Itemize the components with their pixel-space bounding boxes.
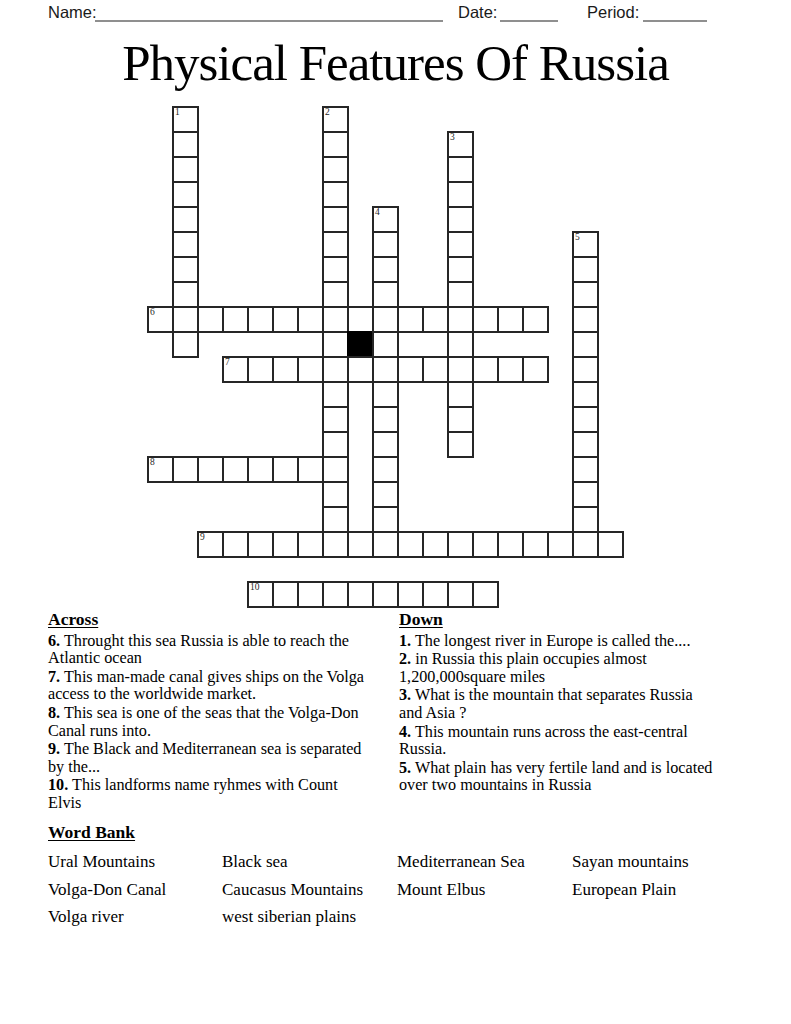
grid-cell[interactable] [322, 431, 349, 458]
grid-cell[interactable] [472, 531, 499, 558]
clue: 7. This man-made canal gives ships on th… [48, 669, 398, 704]
page-title: Physical Features Of Russia [0, 35, 791, 91]
grid-cell[interactable] [322, 331, 349, 358]
clue-number: 8 [150, 458, 155, 468]
grid-cell[interactable] [322, 281, 349, 308]
grid-cell[interactable] [322, 206, 349, 233]
grid-cell[interactable] [347, 306, 374, 333]
across-clues-section: Across 6. Throught this sea Russia is ab… [48, 611, 398, 814]
grid-cell[interactable] [172, 256, 199, 283]
grid-cell[interactable] [322, 531, 349, 558]
clue-number: 1 [175, 108, 180, 118]
grid-cell[interactable] [547, 531, 574, 558]
word-bank-item: Black sea [222, 848, 363, 876]
clue: 1. The longest river in Europe is called… [399, 633, 789, 651]
grid-cell[interactable] [172, 281, 199, 308]
grid-cell[interactable] [322, 306, 349, 333]
grid-cell[interactable] [372, 231, 399, 258]
grid-cell[interactable] [372, 506, 399, 533]
worksheet-page: { "game": "crossword", "header": { "name… [0, 0, 791, 1024]
grid-cell[interactable] [372, 256, 399, 283]
grid-cell[interactable] [272, 306, 299, 333]
grid-cell[interactable] [447, 306, 474, 333]
grid-cell[interactable] [172, 181, 199, 208]
grid-cell[interactable] [172, 331, 199, 358]
clue-number: 7 [225, 358, 230, 368]
grid-cell[interactable] [322, 156, 349, 183]
grid-cell[interactable] [572, 381, 599, 408]
grid-cell[interactable] [297, 456, 324, 483]
grid-cell[interactable] [397, 356, 424, 383]
word-bank-column: Sayan mountainsEuropean Plain [572, 848, 689, 903]
grid-cell[interactable] [347, 531, 374, 558]
grid-cell[interactable] [447, 356, 474, 383]
period-blank-line[interactable] [643, 20, 707, 22]
grid-cell[interactable] [447, 231, 474, 258]
grid-cell[interactable] [322, 381, 349, 408]
grid-cell[interactable] [397, 306, 424, 333]
grid-cell[interactable] [197, 306, 224, 333]
grid-cell[interactable] [372, 356, 399, 383]
grid-cell[interactable] [447, 581, 474, 608]
clue-number: 4 [375, 208, 380, 218]
grid-cell[interactable] [422, 356, 449, 383]
grid-cell[interactable] [272, 456, 299, 483]
grid-cell[interactable] [197, 456, 224, 483]
word-bank-item: European Plain [572, 876, 689, 904]
word-bank-column: Mediterranean SeaMount Elbus [397, 848, 525, 903]
grid-cell[interactable] [422, 306, 449, 333]
grid-cell[interactable] [522, 356, 549, 383]
grid-cell[interactable] [347, 356, 374, 383]
clue: 9. The Black and Mediterranean sea is se… [48, 741, 398, 776]
grid-cell[interactable] [297, 306, 324, 333]
clue: 8. This sea is one of the seas that the … [48, 705, 398, 740]
down-heading: Down [399, 611, 789, 629]
grid-cell[interactable] [172, 206, 199, 233]
clue: 3. What is the mountain that separates R… [399, 687, 789, 722]
grid-cell[interactable] [497, 356, 524, 383]
grid-cell[interactable] [297, 581, 324, 608]
word-bank-item: Caucasus Mountains [222, 876, 363, 904]
grid-cell[interactable] [172, 456, 199, 483]
clue-number: 5 [575, 233, 580, 243]
grid-cell[interactable] [322, 131, 349, 158]
grid-cell[interactable] [372, 406, 399, 433]
word-bank-item: Mediterranean Sea [397, 848, 525, 876]
grid-cell[interactable] [247, 306, 274, 333]
grid-cell[interactable] [472, 581, 499, 608]
grid-cell[interactable] [322, 456, 349, 483]
grid-cell[interactable] [322, 581, 349, 608]
word-bank-item: Sayan mountains [572, 848, 689, 876]
word-bank-item: Volga-Don Canal [48, 876, 166, 904]
grid-cell[interactable] [222, 456, 249, 483]
grid-cell[interactable] [322, 231, 349, 258]
grid-cell[interactable] [447, 406, 474, 433]
grid-cell[interactable] [247, 356, 274, 383]
crossword-board: 12345678910 [147, 106, 650, 609]
word-bank-section: Word Bank Ural MountainsVolga-Don CanalV… [48, 822, 768, 938]
grid-cell[interactable] [447, 181, 474, 208]
grid-cell[interactable] [172, 231, 199, 258]
grid-cell[interactable] [272, 531, 299, 558]
clue: 5. What plain has very fertile land and … [399, 760, 789, 795]
clue-number: 2 [325, 108, 330, 118]
grid-cell[interactable] [572, 331, 599, 358]
grid-cell[interactable] [222, 306, 249, 333]
grid-cell[interactable] [447, 281, 474, 308]
grid-cell[interactable] [222, 531, 249, 558]
word-bank-item: Ural Mountains [48, 848, 166, 876]
down-clue-list: 1. The longest river in Europe is called… [399, 633, 789, 795]
name-label: Name: [48, 3, 97, 22]
grid-cell[interactable] [447, 531, 474, 558]
word-bank-column: Black seaCaucasus Mountainswest siberian… [222, 848, 363, 931]
word-bank-list: Ural MountainsVolga-Don CanalVolga river… [48, 848, 768, 938]
grid-cell[interactable] [572, 431, 599, 458]
grid-cell[interactable] [372, 456, 399, 483]
grid-cell[interactable] [322, 481, 349, 508]
grid-cell[interactable] [422, 531, 449, 558]
grid-cell[interactable] [397, 581, 424, 608]
word-bank-item: Mount Elbus [397, 876, 525, 904]
grid-cell[interactable] [372, 381, 399, 408]
word-bank-column: Ural MountainsVolga-Don CanalVolga river [48, 848, 166, 931]
grid-cell[interactable] [372, 531, 399, 558]
grid-cell[interactable] [572, 531, 599, 558]
grid-cell[interactable] [322, 406, 349, 433]
grid-cell[interactable] [497, 531, 524, 558]
grid-cell[interactable] [372, 481, 399, 508]
grid-cell[interactable] [497, 306, 524, 333]
clue: 2. in Russia this plain occupies almost … [399, 651, 789, 686]
grid-cell[interactable] [572, 506, 599, 533]
grid-cell[interactable] [447, 431, 474, 458]
date-label: Date: [458, 3, 497, 22]
grid-cell[interactable] [472, 306, 499, 333]
grid-cell[interactable] [447, 206, 474, 233]
clue: 6. Throught this sea Russia is able to r… [48, 633, 398, 668]
grid-cell[interactable] [572, 406, 599, 433]
grid-cell[interactable] [472, 356, 499, 383]
grid-cell[interactable] [522, 531, 549, 558]
grid-cell[interactable] [297, 531, 324, 558]
grid-cell[interactable] [372, 431, 399, 458]
clue-number: 10 [250, 583, 260, 593]
grid-cell[interactable] [372, 281, 399, 308]
grid-cell[interactable] [597, 531, 624, 558]
grid-cell[interactable] [447, 156, 474, 183]
word-bank-item: west siberian plains [222, 903, 363, 931]
grid-cell[interactable] [572, 356, 599, 383]
clue: 4. This mountain runs across the east-ce… [399, 724, 789, 759]
clue: 10. This landforms name ryhmes with Coun… [48, 777, 398, 812]
grid-cell[interactable] [372, 306, 399, 333]
grid-cell[interactable] [247, 456, 274, 483]
grid-cell[interactable] [322, 506, 349, 533]
grid-cell[interactable] [447, 256, 474, 283]
grid-cell[interactable] [347, 581, 374, 608]
grid-cell[interactable] [447, 381, 474, 408]
grid-cell[interactable] [297, 356, 324, 383]
grid-cell[interactable] [572, 306, 599, 333]
word-bank-heading: Word Bank [48, 822, 768, 843]
down-clues-section: Down 1. The longest river in Europe is c… [399, 611, 789, 796]
grid-cell[interactable] [172, 306, 199, 333]
grid-cell[interactable] [322, 256, 349, 283]
grid-cell[interactable] [172, 131, 199, 158]
across-clue-list: 6. Throught this sea Russia is able to r… [48, 633, 398, 813]
name-blank-line[interactable] [95, 20, 443, 22]
clue-number: 6 [150, 308, 155, 318]
across-heading: Across [48, 611, 398, 629]
grid-cell[interactable] [572, 481, 599, 508]
clue-number: 9 [200, 533, 205, 543]
grid-cell[interactable] [272, 356, 299, 383]
word-bank-item: Volga river [48, 903, 166, 931]
grid-cell[interactable] [247, 531, 274, 558]
grid-cell[interactable] [322, 356, 349, 383]
grid-cell[interactable] [572, 281, 599, 308]
clue-number: 3 [450, 133, 455, 143]
grid-cell[interactable] [397, 531, 424, 558]
grid-cell[interactable] [372, 331, 399, 358]
grid-cell[interactable] [272, 581, 299, 608]
black-cell [347, 331, 374, 358]
grid-cell[interactable] [422, 581, 449, 608]
grid-cell[interactable] [172, 156, 199, 183]
grid-cell[interactable] [522, 306, 549, 333]
grid-cell[interactable] [447, 331, 474, 358]
grid-cell[interactable] [572, 456, 599, 483]
grid-cell[interactable] [572, 256, 599, 283]
period-label: Period: [587, 3, 639, 22]
grid-cell[interactable] [322, 181, 349, 208]
grid-cell[interactable] [372, 581, 399, 608]
date-blank-line[interactable] [500, 20, 558, 22]
